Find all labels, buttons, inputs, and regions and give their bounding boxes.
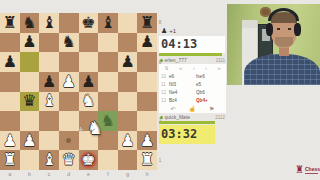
square-h8[interactable]: ♜ <box>137 13 157 33</box>
file-coordinates: abcdefgh <box>0 170 157 178</box>
thumbs-up-icon[interactable]: ☝ <box>189 105 197 113</box>
white-rook[interactable]: ♜ <box>3 152 17 168</box>
square-a2[interactable]: ♟ <box>0 131 20 151</box>
black-pawn[interactable]: ♟ <box>3 54 17 70</box>
black-bishop[interactable]: ♝ <box>42 15 56 31</box>
square-g6[interactable]: ♟ <box>118 52 138 72</box>
last-move-icon[interactable]: » <box>218 65 221 71</box>
square-g8[interactable] <box>118 13 138 33</box>
move-row: 13 Bc4 Qb4+ <box>159 96 226 104</box>
square-b6[interactable] <box>20 52 40 72</box>
black-pawn[interactable]: ♟ <box>120 54 134 70</box>
black-pawn[interactable]: ♟ <box>81 74 95 90</box>
square-f7[interactable] <box>98 33 118 53</box>
black-move[interactable]: fxe6 <box>196 74 223 79</box>
move-number: 10 <box>159 74 169 79</box>
square-e6[interactable] <box>79 52 99 72</box>
square-g4[interactable] <box>118 92 138 112</box>
square-c6[interactable] <box>39 52 59 72</box>
bottom-player-row: quick_Mate 2112 <box>159 113 226 121</box>
white-queen[interactable]: ♛ <box>62 152 76 168</box>
move-number: 12 <box>159 90 169 95</box>
dragged-white-knight[interactable]: ♞ <box>84 117 106 139</box>
takeback-icon[interactable]: ↶ <box>171 105 176 113</box>
square-b4[interactable]: ♛ <box>20 92 40 112</box>
white-move[interactable]: Nf3 <box>169 82 196 87</box>
streamer-eye <box>288 28 291 30</box>
square-c2[interactable] <box>39 131 59 151</box>
black-pawn[interactable]: ♟ <box>22 34 36 50</box>
square-h1[interactable]: ♜ <box>137 150 157 170</box>
ichess-logo: ♜ Chess <box>295 164 320 176</box>
file-label-f: f <box>98 170 118 178</box>
white-knight[interactable]: ♞ <box>81 93 95 109</box>
square-c5[interactable]: ♟ <box>39 72 59 92</box>
streamer-eye <box>277 28 280 30</box>
square-d8[interactable] <box>59 13 79 33</box>
bottom-player-clock-active: 03:32 <box>159 125 215 144</box>
square-a3[interactable] <box>0 111 20 131</box>
rook-logo-icon: ♜ <box>295 164 304 176</box>
black-queen[interactable]: ♛ <box>22 93 36 109</box>
square-g5[interactable] <box>118 72 138 92</box>
black-knight[interactable]: ♞ <box>62 34 76 50</box>
file-label-e: e <box>79 170 99 178</box>
logo-underline <box>305 173 318 174</box>
next-move-icon[interactable]: › <box>205 65 207 71</box>
bottom-player-name[interactable]: quick_Mate <box>160 114 190 120</box>
square-e1[interactable]: ♚ <box>79 150 99 170</box>
square-d5[interactable]: ♟ <box>59 72 79 92</box>
square-a5[interactable] <box>0 72 20 92</box>
move-list-panel: ⇅ « ‹ › » 10 e6 fxe6 11 Nf3 e5 12 Ne4 Qb… <box>159 64 226 113</box>
white-rook[interactable]: ♜ <box>140 152 154 168</box>
file-label-c: c <box>39 170 59 178</box>
square-e7[interactable] <box>79 33 99 53</box>
flip-board-icon[interactable]: ⇅ <box>164 65 168 71</box>
square-e5[interactable]: ♟ <box>79 72 99 92</box>
square-b2[interactable]: ♟ <box>20 131 40 151</box>
square-h4[interactable] <box>137 92 157 112</box>
flag-icon[interactable]: ⚑ <box>209 105 214 113</box>
white-move[interactable]: Bc4 <box>169 98 196 103</box>
square-d7[interactable]: ♞ <box>59 33 79 53</box>
white-king[interactable]: ♚ <box>81 152 95 168</box>
square-a4[interactable] <box>0 92 20 112</box>
white-pawn[interactable]: ♟ <box>120 133 134 149</box>
white-pawn[interactable]: ♟ <box>3 133 17 149</box>
chess-board[interactable]: ♜♞♝♚♝♜♟♞♟♟♟♟♟♟♛♝♞♞♟♟♟♟♜♝♛♚♜ <box>0 13 157 170</box>
webcam-video <box>227 4 320 85</box>
square-h3[interactable] <box>137 111 157 131</box>
white-pawn[interactable]: ♟ <box>62 74 76 90</box>
white-pawn[interactable]: ♟ <box>22 133 36 149</box>
square-g7[interactable] <box>118 33 138 53</box>
top-player-name[interactable]: erlen_777 <box>160 57 187 63</box>
square-d2[interactable] <box>59 131 79 151</box>
prev-move-icon[interactable]: ‹ <box>193 65 195 71</box>
top-player-clock: 04:13 <box>159 36 225 53</box>
file-label-b: b <box>20 170 40 178</box>
file-label-g: g <box>118 170 138 178</box>
headphones-earcup-icon <box>266 23 273 36</box>
stream-frame: ♜♞♝♚♝♜♟♞♟♟♟♟♟♟♛♝♞♞♟♟♟♟♜♝♛♚♜ abcdefgh 876… <box>0 0 320 180</box>
square-b8[interactable]: ♞ <box>20 13 40 33</box>
black-king[interactable]: ♚ <box>81 15 95 31</box>
online-dot-icon <box>160 116 163 119</box>
move-row: 11 Nf3 e5 <box>159 80 226 88</box>
black-move-current[interactable]: Qb4+ <box>196 98 223 103</box>
captured-pawn-icon: ♟ <box>161 27 167 35</box>
square-a8[interactable]: ♜ <box>0 13 20 33</box>
square-a1[interactable]: ♜ <box>0 150 20 170</box>
headphones-earcup-icon <box>294 23 301 36</box>
square-c7[interactable] <box>39 33 59 53</box>
black-bishop[interactable]: ♝ <box>101 15 115 31</box>
square-f4[interactable] <box>98 92 118 112</box>
legal-move-hint-dot[interactable] <box>66 138 71 143</box>
black-knight[interactable]: ♞ <box>22 15 36 31</box>
bottom-progress-bar <box>159 121 215 124</box>
square-g3[interactable] <box>118 111 138 131</box>
move-row: 10 e6 fxe6 <box>159 72 226 80</box>
square-h7[interactable]: ♟ <box>137 33 157 53</box>
top-player-row: erlen_777 2111 <box>159 56 226 64</box>
square-g1[interactable] <box>118 150 138 170</box>
white-move[interactable]: e6 <box>169 74 196 79</box>
top-player-rating: 2111 <box>216 58 225 63</box>
logo-text: Chess <box>305 167 320 172</box>
black-pawn[interactable]: ♟ <box>140 34 154 50</box>
rank-label-1: 1 <box>157 150 163 170</box>
file-label-a: a <box>0 170 20 178</box>
bottom-player-rating: 2112 <box>215 115 225 120</box>
square-b1[interactable] <box>20 150 40 170</box>
streamer-plaid-shirt <box>244 54 320 85</box>
square-f8[interactable]: ♝ <box>98 13 118 33</box>
square-d3[interactable] <box>59 111 79 131</box>
black-move[interactable]: e5 <box>196 82 223 87</box>
square-d1[interactable]: ♛ <box>59 150 79 170</box>
mouse-cursor <box>78 127 83 132</box>
white-bishop[interactable]: ♝ <box>42 152 56 168</box>
square-h5[interactable] <box>137 72 157 92</box>
game-action-buttons: ↶ ☝ ⚑ <box>159 105 226 113</box>
white-bishop[interactable]: ♝ <box>42 93 56 109</box>
square-f5[interactable] <box>98 72 118 92</box>
square-c3[interactable] <box>39 111 59 131</box>
square-g2[interactable]: ♟ <box>118 131 138 151</box>
move-number: 11 <box>159 82 169 87</box>
first-move-icon[interactable]: « <box>179 65 182 71</box>
square-b7[interactable]: ♟ <box>20 33 40 53</box>
square-f1[interactable] <box>98 150 118 170</box>
streamer-beard <box>275 37 293 47</box>
square-b5[interactable] <box>20 72 40 92</box>
black-move[interactable]: Qb6 <box>196 90 223 95</box>
square-h6[interactable] <box>137 52 157 72</box>
square-e8[interactable]: ♚ <box>79 13 99 33</box>
black-rook[interactable]: ♜ <box>140 15 154 31</box>
square-a7[interactable] <box>0 33 20 53</box>
square-d4[interactable] <box>59 92 79 112</box>
black-rook[interactable]: ♜ <box>3 15 17 31</box>
move-row: 12 Ne4 Qb6 <box>159 88 226 96</box>
file-label-h: h <box>137 170 157 178</box>
square-c4[interactable]: ♝ <box>39 92 59 112</box>
headphones-band-icon <box>268 8 299 21</box>
square-h2[interactable]: ♟ <box>137 131 157 151</box>
move-number: 13 <box>159 98 169 103</box>
material-count: +1 <box>169 28 176 34</box>
square-c8[interactable]: ♝ <box>39 13 59 33</box>
white-move[interactable]: Ne4 <box>169 90 196 95</box>
square-b3[interactable] <box>20 111 40 131</box>
online-dot-icon <box>160 59 163 62</box>
file-label-d: d <box>59 170 79 178</box>
black-pawn[interactable]: ♟ <box>42 74 56 90</box>
square-c1[interactable]: ♝ <box>39 150 59 170</box>
square-e4[interactable]: ♞ <box>79 92 99 112</box>
material-advantage: ♟ +1 <box>161 27 176 35</box>
move-navigation: ⇅ « ‹ › » <box>159 64 226 72</box>
square-a6[interactable]: ♟ <box>0 52 20 72</box>
square-f6[interactable] <box>98 52 118 72</box>
square-d6[interactable] <box>59 52 79 72</box>
white-pawn[interactable]: ♟ <box>140 133 154 149</box>
